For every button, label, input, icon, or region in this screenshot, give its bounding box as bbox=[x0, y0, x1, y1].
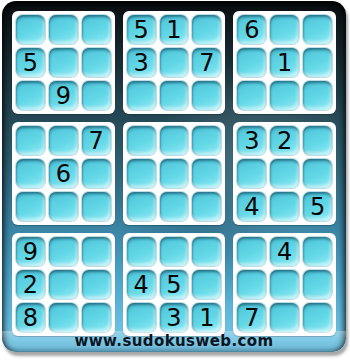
cell-r2c6: 7 bbox=[192, 48, 221, 77]
cell-r9c3[interactable] bbox=[82, 303, 111, 332]
sudoku-grid: 59513761763245928453147 bbox=[12, 11, 336, 336]
cell-r5c7[interactable] bbox=[237, 159, 266, 188]
cell-r1c1[interactable] bbox=[16, 15, 45, 44]
cell-r6c1[interactable] bbox=[16, 192, 45, 221]
cell-r4c2[interactable] bbox=[49, 126, 78, 155]
cell-r7c2[interactable] bbox=[49, 237, 78, 266]
sudoku-box-1-1: 59 bbox=[12, 11, 115, 114]
site-url-label: www.sudokusweb.com bbox=[74, 332, 273, 350]
cell-r1c3[interactable] bbox=[82, 15, 111, 44]
cell-r3c9[interactable] bbox=[303, 81, 332, 110]
cell-r2c1: 5 bbox=[16, 48, 45, 77]
cell-r8c8[interactable] bbox=[270, 270, 299, 299]
cell-r1c9[interactable] bbox=[303, 15, 332, 44]
cell-r3c8[interactable] bbox=[270, 81, 299, 110]
cell-r9c6: 1 bbox=[192, 303, 221, 332]
cell-r6c8[interactable] bbox=[270, 192, 299, 221]
cell-r5c4[interactable] bbox=[127, 159, 156, 188]
cell-r5c8[interactable] bbox=[270, 159, 299, 188]
cell-r2c8: 1 bbox=[270, 48, 299, 77]
cell-r9c7: 7 bbox=[237, 303, 266, 332]
cell-r5c1[interactable] bbox=[16, 159, 45, 188]
cell-r6c7: 4 bbox=[237, 192, 266, 221]
cell-r4c3: 7 bbox=[82, 126, 111, 155]
cell-r2c4: 3 bbox=[127, 48, 156, 77]
cell-r7c5[interactable] bbox=[160, 237, 189, 266]
page: 59513761763245928453147 www.sudokusweb.c… bbox=[0, 0, 350, 360]
cell-r7c8: 4 bbox=[270, 237, 299, 266]
cell-r1c4: 5 bbox=[127, 15, 156, 44]
cell-r9c2[interactable] bbox=[49, 303, 78, 332]
cell-r5c6[interactable] bbox=[192, 159, 221, 188]
cell-r3c7[interactable] bbox=[237, 81, 266, 110]
cell-r3c3[interactable] bbox=[82, 81, 111, 110]
cell-r6c9: 5 bbox=[303, 192, 332, 221]
cell-r9c4[interactable] bbox=[127, 303, 156, 332]
cell-r7c1: 9 bbox=[16, 237, 45, 266]
cell-r3c6[interactable] bbox=[192, 81, 221, 110]
cell-r7c7[interactable] bbox=[237, 237, 266, 266]
cell-r9c1: 8 bbox=[16, 303, 45, 332]
cell-r8c9[interactable] bbox=[303, 270, 332, 299]
cell-r2c5[interactable] bbox=[160, 48, 189, 77]
cell-r1c6[interactable] bbox=[192, 15, 221, 44]
cell-r3c1[interactable] bbox=[16, 81, 45, 110]
cell-r9c5: 3 bbox=[160, 303, 189, 332]
cell-r6c5[interactable] bbox=[160, 192, 189, 221]
cell-r8c7[interactable] bbox=[237, 270, 266, 299]
cell-r2c3[interactable] bbox=[82, 48, 111, 77]
sudoku-board: 59513761763245928453147 www.sudokusweb.c… bbox=[2, 1, 346, 352]
cell-r4c7: 3 bbox=[237, 126, 266, 155]
cell-r5c5[interactable] bbox=[160, 159, 189, 188]
sudoku-box-1-3: 61 bbox=[233, 11, 336, 114]
cell-r9c8[interactable] bbox=[270, 303, 299, 332]
cell-r4c1[interactable] bbox=[16, 126, 45, 155]
sudoku-box-2-1: 76 bbox=[12, 122, 115, 225]
cell-r8c6[interactable] bbox=[192, 270, 221, 299]
cell-r4c8: 2 bbox=[270, 126, 299, 155]
site-footer: www.sudokusweb.com bbox=[2, 331, 346, 350]
cell-r6c2[interactable] bbox=[49, 192, 78, 221]
cell-r3c2: 9 bbox=[49, 81, 78, 110]
cell-r2c9[interactable] bbox=[303, 48, 332, 77]
sudoku-box-1-2: 5137 bbox=[123, 11, 226, 114]
cell-r1c8[interactable] bbox=[270, 15, 299, 44]
cell-r7c6[interactable] bbox=[192, 237, 221, 266]
sudoku-box-3-1: 928 bbox=[12, 233, 115, 336]
cell-r8c2[interactable] bbox=[49, 270, 78, 299]
cell-r4c5[interactable] bbox=[160, 126, 189, 155]
cell-r2c7[interactable] bbox=[237, 48, 266, 77]
cell-r9c9[interactable] bbox=[303, 303, 332, 332]
cell-r2c2[interactable] bbox=[49, 48, 78, 77]
sudoku-box-3-2: 4531 bbox=[123, 233, 226, 336]
cell-r7c9[interactable] bbox=[303, 237, 332, 266]
cell-r4c6[interactable] bbox=[192, 126, 221, 155]
cell-r4c9[interactable] bbox=[303, 126, 332, 155]
cell-r8c5: 5 bbox=[160, 270, 189, 299]
cell-r6c6[interactable] bbox=[192, 192, 221, 221]
cell-r6c4[interactable] bbox=[127, 192, 156, 221]
sudoku-box-3-3: 47 bbox=[233, 233, 336, 336]
cell-r8c1: 2 bbox=[16, 270, 45, 299]
cell-r8c3[interactable] bbox=[82, 270, 111, 299]
cell-r5c9[interactable] bbox=[303, 159, 332, 188]
sudoku-box-2-2 bbox=[123, 122, 226, 225]
cell-r6c3[interactable] bbox=[82, 192, 111, 221]
cell-r7c4[interactable] bbox=[127, 237, 156, 266]
cell-r7c3[interactable] bbox=[82, 237, 111, 266]
cell-r1c5: 1 bbox=[160, 15, 189, 44]
cell-r3c4[interactable] bbox=[127, 81, 156, 110]
cell-r3c5[interactable] bbox=[160, 81, 189, 110]
cell-r4c4[interactable] bbox=[127, 126, 156, 155]
cell-r5c3[interactable] bbox=[82, 159, 111, 188]
cell-r1c2[interactable] bbox=[49, 15, 78, 44]
cell-r8c4: 4 bbox=[127, 270, 156, 299]
cell-r1c7: 6 bbox=[237, 15, 266, 44]
cell-r5c2: 6 bbox=[49, 159, 78, 188]
sudoku-box-2-3: 3245 bbox=[233, 122, 336, 225]
